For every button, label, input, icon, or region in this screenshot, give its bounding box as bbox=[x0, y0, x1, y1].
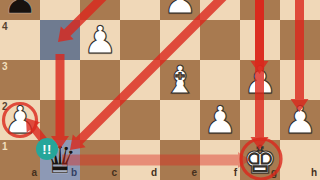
black-pawn-a5[interactable]: ♟ bbox=[0, 0, 40, 20]
white-king-g1[interactable]: ♚ bbox=[240, 140, 280, 180]
white-pawn-a2[interactable]: ♟ bbox=[0, 100, 40, 140]
white-pawn-h2[interactable]: ♟ bbox=[280, 100, 320, 140]
white-bishop-e3[interactable]: ♝ bbox=[160, 60, 200, 100]
chess-board: 4321abcdefgh ♟♟♟♝♟♟♟♟♛♚ !! bbox=[0, 0, 320, 180]
white-pawn-g3[interactable]: ♟ bbox=[240, 60, 280, 100]
white-pawn-c4[interactable]: ♟ bbox=[80, 20, 120, 60]
white-pawn-f2[interactable]: ♟ bbox=[200, 100, 240, 140]
pieces-layer: ♟♟♟♝♟♟♟♟♛♚ bbox=[0, 0, 320, 180]
black-queen-b1[interactable]: ♛ bbox=[40, 140, 80, 180]
white-pawn-e5[interactable]: ♟ bbox=[160, 0, 200, 20]
